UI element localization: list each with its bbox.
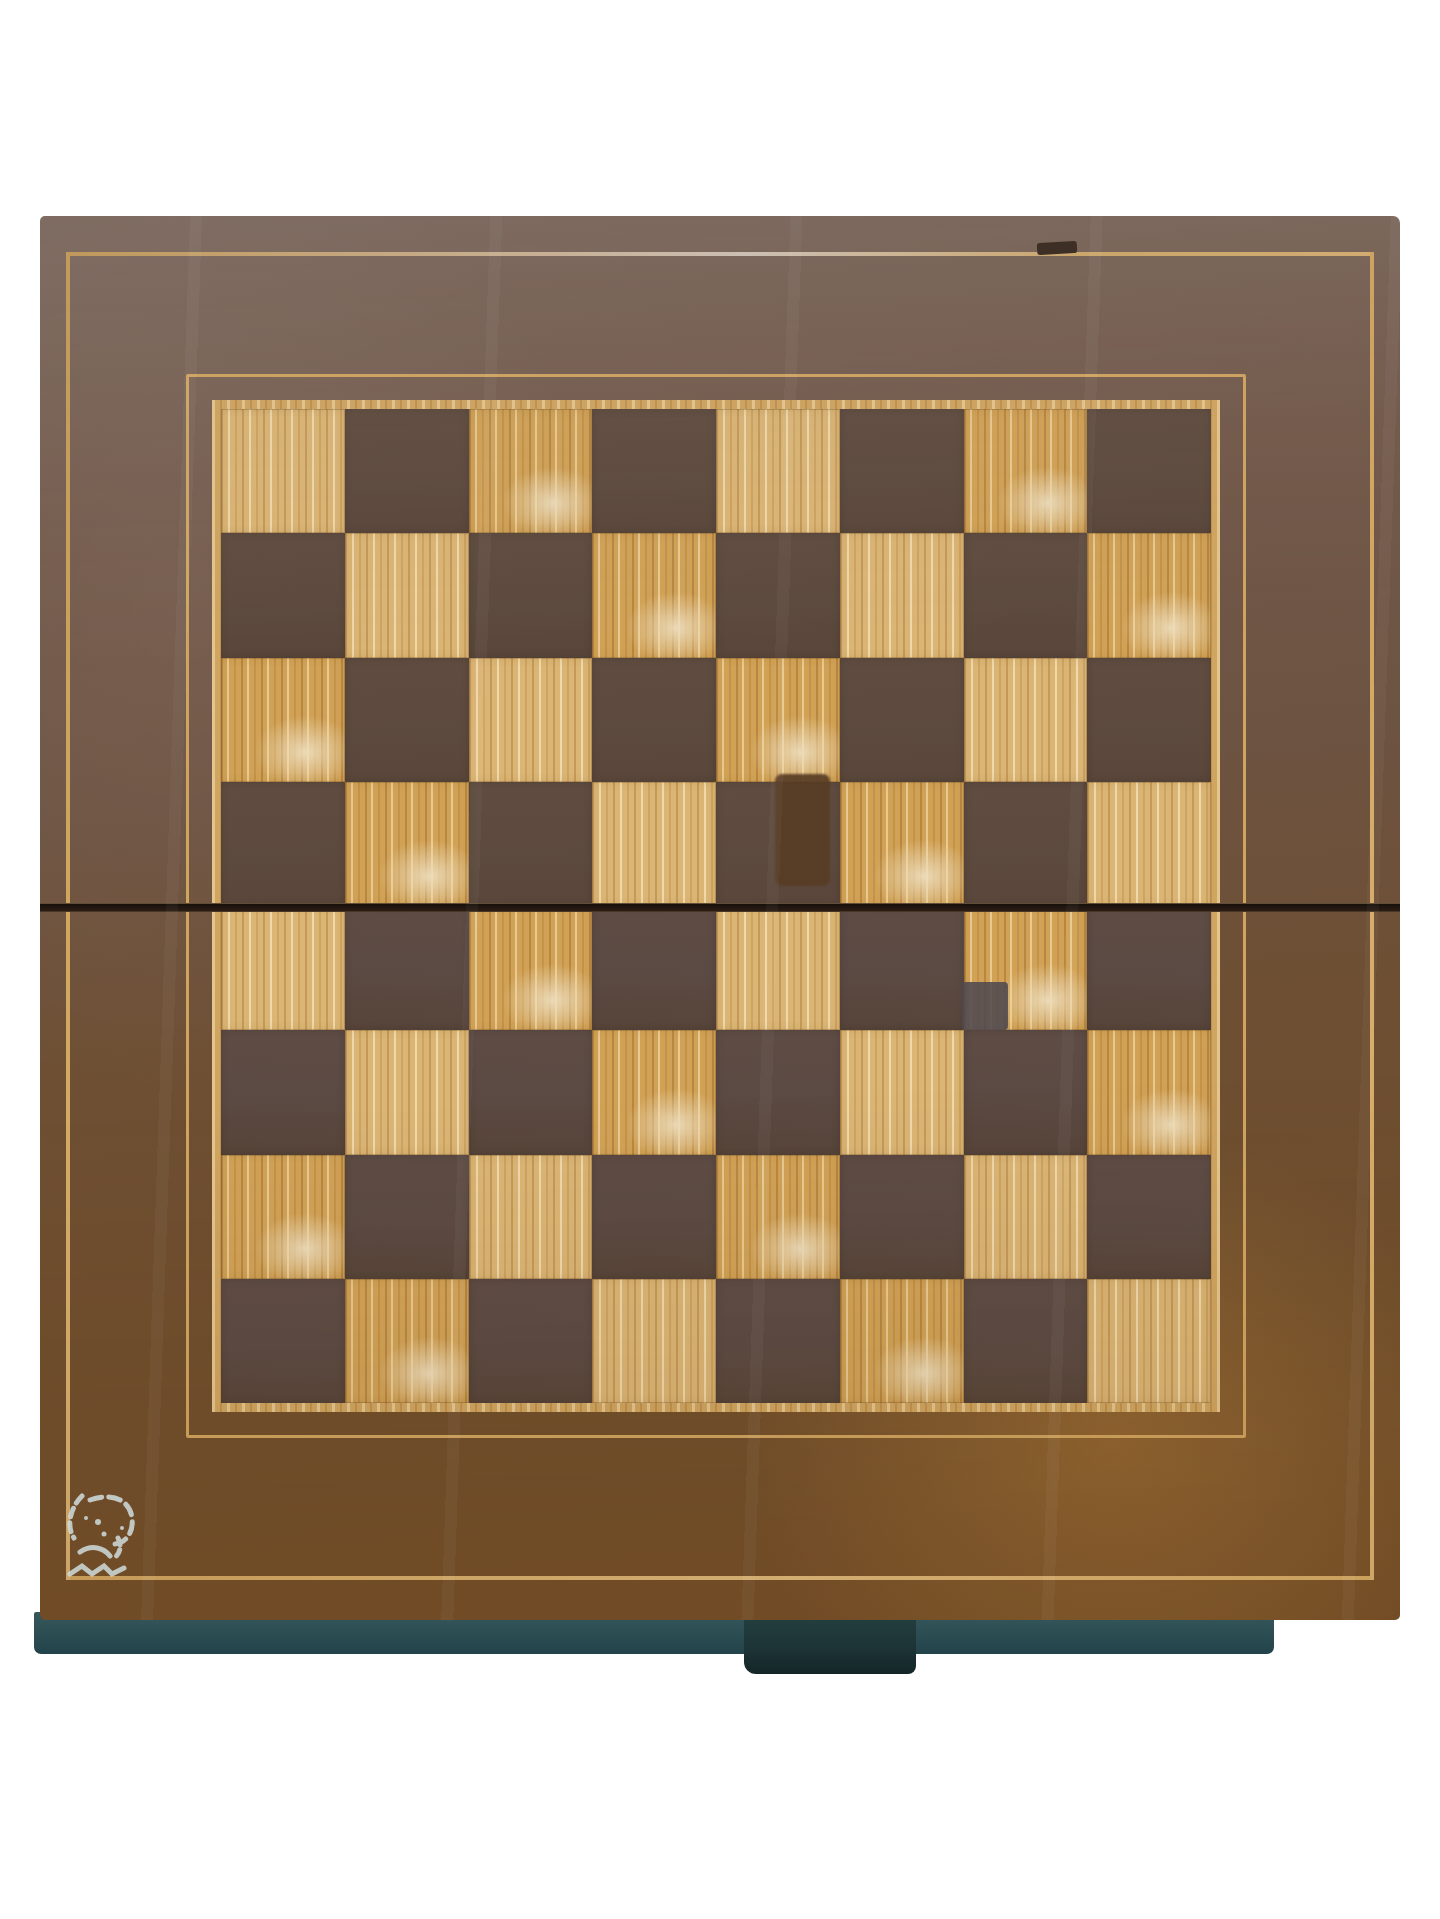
square-c3 [469, 1030, 593, 1154]
hinge-seam [40, 903, 1400, 912]
square-f7 [840, 533, 964, 657]
square-f5 [840, 782, 964, 906]
square-e2 [716, 1155, 840, 1279]
square-g5 [964, 782, 1088, 906]
outer-pinstripe-top [66, 252, 1374, 256]
square-d3 [592, 1030, 716, 1154]
square-a5 [221, 782, 345, 906]
square-d6 [592, 658, 716, 782]
square-e4 [716, 906, 840, 1030]
square-c7 [469, 533, 593, 657]
square-f1 [840, 1279, 964, 1403]
square-e6 [716, 658, 840, 782]
square-b7 [345, 533, 469, 657]
outer-pinstripe-right [1370, 252, 1374, 1580]
square-d4 [592, 906, 716, 1030]
square-b4 [345, 906, 469, 1030]
square-b6 [345, 658, 469, 782]
chess-board [40, 216, 1400, 1620]
table-edge-shadow [744, 1612, 916, 1674]
square-g8 [964, 409, 1088, 533]
square-h2 [1087, 1155, 1211, 1279]
square-g7 [964, 533, 1088, 657]
square-h1 [1087, 1279, 1211, 1403]
square-h3 [1087, 1030, 1211, 1154]
square-d2 [592, 1155, 716, 1279]
square-g1 [964, 1279, 1088, 1403]
square-a3 [221, 1030, 345, 1154]
wear-patch-slate [962, 982, 1008, 1030]
square-h5 [1087, 782, 1211, 906]
square-g3 [964, 1030, 1088, 1154]
square-b5 [345, 782, 469, 906]
square-b2 [345, 1155, 469, 1279]
square-g2 [964, 1155, 1088, 1279]
scuff-scribble-mark [52, 1478, 162, 1598]
square-a6 [221, 658, 345, 782]
square-e7 [716, 533, 840, 657]
square-c8 [469, 409, 593, 533]
square-c6 [469, 658, 593, 782]
square-a2 [221, 1155, 345, 1279]
square-d7 [592, 533, 716, 657]
square-c5 [469, 782, 593, 906]
square-d1 [592, 1279, 716, 1403]
square-f8 [840, 409, 964, 533]
square-b3 [345, 1030, 469, 1154]
outer-pinstripe-left [66, 252, 70, 1580]
wear-patch-dark [775, 774, 830, 886]
square-e8 [716, 409, 840, 533]
square-c1 [469, 1279, 593, 1403]
photo-of-folding-chessboard [0, 0, 1440, 1919]
square-f4 [840, 906, 964, 1030]
square-b1 [345, 1279, 469, 1403]
square-h4 [1087, 906, 1211, 1030]
square-g6 [964, 658, 1088, 782]
square-a8 [221, 409, 345, 533]
square-a4 [221, 906, 345, 1030]
outer-pinstripe-bottom [66, 1576, 1374, 1580]
square-c2 [469, 1155, 593, 1279]
square-d5 [592, 782, 716, 906]
square-h6 [1087, 658, 1211, 782]
square-d8 [592, 409, 716, 533]
square-f3 [840, 1030, 964, 1154]
square-f6 [840, 658, 964, 782]
square-h8 [1087, 409, 1211, 533]
square-e3 [716, 1030, 840, 1154]
square-c4 [469, 906, 593, 1030]
square-a7 [221, 533, 345, 657]
square-a1 [221, 1279, 345, 1403]
edge-chip-mark [1037, 241, 1078, 255]
square-b8 [345, 409, 469, 533]
square-h7 [1087, 533, 1211, 657]
square-e1 [716, 1279, 840, 1403]
square-f2 [840, 1155, 964, 1279]
